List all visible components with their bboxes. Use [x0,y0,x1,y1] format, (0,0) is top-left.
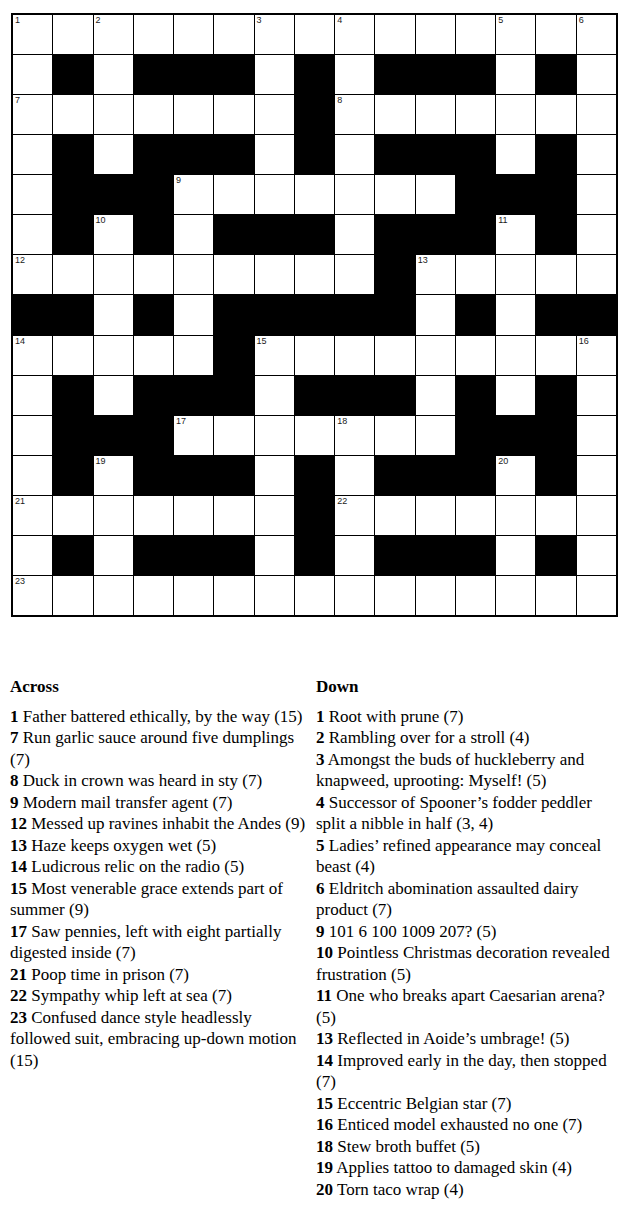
cell-r13c12[interactable] [456,496,495,535]
cell-r11c8[interactable] [295,416,334,455]
cell-r7c6[interactable] [214,255,253,294]
clue-text: 101 6 100 1009 207? (5) [325,922,497,941]
clue-across-12[interactable]: 12 Messed up ravines inhabit the Andes (… [10,813,310,835]
cell-r5c15[interactable] [577,175,616,214]
clue-across-17[interactable]: 17 Saw pennies, left with eight partiall… [10,921,310,964]
cell-r11c10[interactable] [375,416,414,455]
cell-r7c13[interactable] [496,255,535,294]
cell-r13c3[interactable] [94,496,133,535]
cell-r1c5[interactable] [174,15,213,54]
black-cell-r7c10 [375,255,414,294]
cell-r3c2[interactable] [53,95,92,134]
clue-down-18[interactable]: 18 Stew broth buffet (5) [316,1136,616,1158]
black-cell-r12c2 [53,456,92,495]
cell-r11c11[interactable] [416,416,455,455]
cell-r13c5[interactable] [174,496,213,535]
cell-r6c5[interactable] [174,215,213,254]
black-cell-r8c9 [335,295,374,334]
cell-r8c13[interactable] [496,295,535,334]
cell-r15c13[interactable] [496,576,535,615]
clue-number: 1 [10,707,19,726]
cell-number-11: 11 [498,216,507,225]
cell-r5c5[interactable]: 9 [174,175,213,214]
black-cell-r11c12 [456,416,495,455]
cell-r15c10[interactable] [375,576,414,615]
black-cell-r9c6 [214,336,253,375]
cell-r10c1[interactable] [13,376,52,415]
black-cell-r5c12 [456,175,495,214]
black-cell-r4c10 [375,135,414,174]
black-cell-r14c4 [134,536,173,575]
clue-down-1[interactable]: 1 Root with prune (7) [316,706,616,728]
black-cell-r2c8 [295,55,334,94]
cell-r1c2[interactable] [53,15,92,54]
clue-text: Ludicrous relic on the radio (5) [27,857,244,876]
cell-r10c7[interactable] [255,376,294,415]
clue-text: Duck in crown was heard in sty (7) [19,771,263,790]
cell-r10c3[interactable] [94,376,133,415]
clue-text: Messed up ravines inhabit the Andes (9) [27,814,305,833]
cell-r1c9[interactable]: 4 [335,15,374,54]
crossword-page: 1234567891011121314151617181920212223 Ac… [0,0,632,1206]
black-cell-r5c13 [496,175,535,214]
black-cell-r8c7 [255,295,294,334]
black-cell-r14c12 [456,536,495,575]
clue-across-23[interactable]: 23 Confused dance style headlessly follo… [10,1007,310,1072]
clue-number: 15 [316,1094,333,1113]
clue-number: 13 [10,836,27,855]
cell-r1c13[interactable]: 5 [496,15,535,54]
clue-across-7[interactable]: 7 Run garlic sauce around five dumplings… [10,727,310,770]
black-cell-r6c7 [255,215,294,254]
cell-r7c12[interactable] [456,255,495,294]
clue-number: 16 [316,1115,333,1134]
black-cell-r11c3 [94,416,133,455]
cell-r6c3[interactable]: 10 [94,215,133,254]
clue-down-11[interactable]: 11 One who breaks apart Caesarian arena?… [316,985,616,1028]
cell-r3c1[interactable]: 7 [13,95,52,134]
clue-across-14[interactable]: 14 Ludicrous relic on the radio (5) [10,856,310,878]
clue-text: Haze keeps oxygen wet (5) [27,836,216,855]
clue-text: Torn taco wrap (4) [333,1180,464,1199]
cell-r9c8[interactable] [295,336,334,375]
cell-number-7: 7 [15,96,20,105]
cell-r13c14[interactable] [536,496,575,535]
clue-across-13[interactable]: 13 Haze keeps oxygen wet (5) [10,835,310,857]
cell-r15c8[interactable] [295,576,334,615]
cell-r4c7[interactable] [255,135,294,174]
clue-text: Most venerable grace extends part of sum… [10,879,283,920]
clue-down-15[interactable]: 15 Eccentric Belgian star (7) [316,1093,616,1115]
cell-r10c15[interactable] [577,376,616,415]
black-cell-r6c10 [375,215,414,254]
cell-r9c2[interactable] [53,336,92,375]
cell-r15c15[interactable] [577,576,616,615]
clue-number: 21 [10,965,27,984]
cell-r5c1[interactable] [13,175,52,214]
cell-r13c9[interactable]: 22 [335,496,374,535]
clue-down-20[interactable]: 20 Torn taco wrap (4) [316,1179,616,1201]
cell-r15c12[interactable] [456,576,495,615]
cell-number-22: 22 [337,497,347,506]
cell-r11c6[interactable] [214,416,253,455]
cell-r12c15[interactable] [577,456,616,495]
cell-number-4: 4 [337,16,342,25]
cell-r2c3[interactable] [94,55,133,94]
cell-r1c1[interactable]: 1 [13,15,52,54]
cell-r7c7[interactable] [255,255,294,294]
cell-r9c12[interactable] [456,336,495,375]
clue-text: Root with prune (7) [325,707,464,726]
black-cell-r2c5 [174,55,213,94]
cell-r5c10[interactable] [375,175,414,214]
cell-number-9: 9 [176,176,181,185]
clue-text: Confused dance style headlessly followed… [10,1008,297,1070]
clue-number: 11 [316,986,332,1005]
cell-r9c11[interactable] [416,336,455,375]
black-cell-r10c10 [375,376,414,415]
black-cell-r14c10 [375,536,414,575]
cell-r3c4[interactable] [134,95,173,134]
cell-r7c4[interactable] [134,255,173,294]
clue-down-14[interactable]: 14 Improved early in the day, then stopp… [316,1050,616,1093]
cell-r13c7[interactable] [255,496,294,535]
down-clue-list: 1 Root with prune (7)2 Rambling over for… [316,706,616,1201]
cell-number-10: 10 [96,216,106,225]
black-cell-r8c8 [295,295,334,334]
clue-number: 18 [316,1137,333,1156]
cell-r7c5[interactable] [174,255,213,294]
cell-r11c9[interactable]: 18 [335,416,374,455]
clue-down-9[interactable]: 9 101 6 100 1009 207? (5) [316,921,616,943]
cell-r3c9[interactable]: 8 [335,95,374,134]
clue-down-16[interactable]: 16 Enticed model exhausted no one (7) [316,1114,616,1136]
clue-down-13[interactable]: 13 Reflected in Aoide’s umbrage! (5) [316,1028,616,1050]
cell-r5c11[interactable] [416,175,455,214]
cell-r1c7[interactable]: 3 [255,15,294,54]
clue-text: Amongst the buds of huckleberry and knap… [316,750,584,791]
cell-r8c11[interactable] [416,295,455,334]
cell-r11c1[interactable] [13,416,52,455]
clue-down-3[interactable]: 3 Amongst the buds of huckleberry and kn… [316,749,616,792]
cell-number-6: 6 [579,16,584,25]
black-cell-r10c9 [335,376,374,415]
cell-r1c12[interactable] [456,15,495,54]
cell-r1c8[interactable] [295,15,334,54]
cell-r15c7[interactable] [255,576,294,615]
cell-r1c15[interactable]: 6 [577,15,616,54]
cell-r12c9[interactable] [335,456,374,495]
cell-r11c15[interactable] [577,416,616,455]
cell-r1c4[interactable] [134,15,173,54]
cell-r8c3[interactable] [94,295,133,334]
cell-r13c10[interactable] [375,496,414,535]
cell-r1c3[interactable]: 2 [94,15,133,54]
black-cell-r11c4 [134,416,173,455]
cell-r10c11[interactable] [416,376,455,415]
cell-r2c13[interactable] [496,55,535,94]
clue-number: 15 [10,879,27,898]
cell-r4c1[interactable] [13,135,52,174]
cell-r3c11[interactable] [416,95,455,134]
cell-r12c3[interactable]: 19 [94,456,133,495]
cell-r15c2[interactable] [53,576,92,615]
clue-number: 13 [316,1029,333,1048]
cell-r7c8[interactable] [295,255,334,294]
black-cell-r8c6 [214,295,253,334]
clue-across-9[interactable]: 9 Modern mail transfer agent (7) [10,792,310,814]
clue-across-1[interactable]: 1 Father battered ethically, by the way … [10,706,310,728]
cell-r15c5[interactable] [174,576,213,615]
clue-down-10[interactable]: 10 Pointless Christmas decoration reveal… [316,942,616,985]
black-cell-r6c8 [295,215,334,254]
black-cell-r8c15 [577,295,616,334]
cell-r7c11[interactable]: 13 [416,255,455,294]
black-cell-r10c14 [536,376,575,415]
cell-r15c11[interactable] [416,576,455,615]
black-cell-r12c11 [416,456,455,495]
black-cell-r12c5 [174,456,213,495]
cell-number-19: 19 [96,457,106,466]
cell-number-13: 13 [418,256,428,265]
clue-number: 7 [10,728,19,747]
clue-number: 9 [316,922,325,941]
cell-r13c13[interactable] [496,496,535,535]
black-cell-r11c14 [536,416,575,455]
black-cell-r4c14 [536,135,575,174]
black-cell-r2c2 [53,55,92,94]
clue-number: 14 [10,857,27,876]
cell-r3c10[interactable] [375,95,414,134]
cell-number-23: 23 [15,577,25,586]
clue-text: Improved early in the day, then stopped … [316,1051,607,1092]
crossword-grid[interactable]: 1234567891011121314151617181920212223 [11,13,618,617]
cell-r8c5[interactable] [174,295,213,334]
cell-r3c15[interactable] [577,95,616,134]
black-cell-r4c6 [214,135,253,174]
cell-number-5: 5 [498,16,503,25]
cell-r4c13[interactable] [496,135,535,174]
black-cell-r2c6 [214,55,253,94]
clue-number: 6 [316,879,325,898]
clue-text: Successor of Spooner’s fodder peddler sp… [316,793,592,834]
cell-r14c7[interactable] [255,536,294,575]
clue-down-5[interactable]: 5 Ladies’ refined appearance may conceal… [316,835,616,878]
cell-r9c13[interactable] [496,336,535,375]
cell-r3c6[interactable] [214,95,253,134]
cell-r9c9[interactable] [335,336,374,375]
cell-r2c15[interactable] [577,55,616,94]
black-cell-r3c8 [295,95,334,134]
cell-r15c14[interactable] [536,576,575,615]
across-clues-column: Across 1 Father battered ethically, by t… [10,676,310,1071]
clue-number: 17 [10,922,27,941]
black-cell-r4c12 [456,135,495,174]
black-cell-r4c4 [134,135,173,174]
black-cell-r12c8 [295,456,334,495]
black-cell-r5c4 [134,175,173,214]
black-cell-r5c2 [53,175,92,214]
black-cell-r14c11 [416,536,455,575]
cell-r4c9[interactable] [335,135,374,174]
cell-r5c7[interactable] [255,175,294,214]
cell-r11c7[interactable] [255,416,294,455]
cell-r4c3[interactable] [94,135,133,174]
cell-r12c7[interactable] [255,456,294,495]
clue-number: 14 [316,1051,333,1070]
cell-r13c11[interactable] [416,496,455,535]
cell-r6c13[interactable]: 11 [496,215,535,254]
cell-r13c4[interactable] [134,496,173,535]
clue-text: Pointless Christmas decoration revealed … [316,943,610,984]
black-cell-r10c4 [134,376,173,415]
cell-r4c15[interactable] [577,135,616,174]
clue-across-21[interactable]: 21 Poop time in prison (7) [10,964,310,986]
cell-number-12: 12 [15,256,25,265]
clue-down-2[interactable]: 2 Rambling over for a stroll (4) [316,727,616,749]
black-cell-r14c6 [214,536,253,575]
black-cell-r12c14 [536,456,575,495]
black-cell-r12c10 [375,456,414,495]
cell-r14c1[interactable] [13,536,52,575]
cell-number-14: 14 [15,337,25,346]
cell-r3c7[interactable] [255,95,294,134]
clue-down-19[interactable]: 19 Applies tattoo to damaged skin (4) [316,1157,616,1179]
clue-down-4[interactable]: 4 Successor of Spooner’s fodder peddler … [316,792,616,835]
cell-r12c1[interactable] [13,456,52,495]
cell-r6c9[interactable] [335,215,374,254]
clue-text: Stew broth buffet (5) [333,1137,480,1156]
cell-r15c3[interactable] [94,576,133,615]
cell-r6c1[interactable] [13,215,52,254]
cell-number-20: 20 [498,457,508,466]
clue-number: 23 [10,1008,27,1027]
cell-r2c1[interactable] [13,55,52,94]
clue-number: 20 [316,1180,333,1199]
cell-r12c13[interactable]: 20 [496,456,535,495]
cell-r5c8[interactable] [295,175,334,214]
cell-r13c15[interactable] [577,496,616,535]
cell-r13c1[interactable]: 21 [13,496,52,535]
cell-r9c14[interactable] [536,336,575,375]
cell-r9c4[interactable] [134,336,173,375]
cell-r9c1[interactable]: 14 [13,336,52,375]
cell-r1c14[interactable] [536,15,575,54]
cell-r1c6[interactable] [214,15,253,54]
cell-r15c6[interactable] [214,576,253,615]
cell-r3c3[interactable] [94,95,133,134]
clue-number: 12 [10,814,27,833]
cell-number-16: 16 [579,337,589,346]
black-cell-r5c3 [94,175,133,214]
cell-r11c5[interactable]: 17 [174,416,213,455]
cell-r7c1[interactable]: 12 [13,255,52,294]
cell-number-15: 15 [257,337,267,346]
black-cell-r13c8 [295,496,334,535]
black-cell-r4c5 [174,135,213,174]
cell-r2c7[interactable] [255,55,294,94]
black-cell-r2c14 [536,55,575,94]
cell-r9c3[interactable] [94,336,133,375]
clue-text: Eccentric Belgian star (7) [333,1094,511,1113]
clue-across-22[interactable]: 22 Sympathy whip left at sea (7) [10,985,310,1007]
clue-text: Enticed model exhausted no one (7) [333,1115,582,1134]
black-cell-r4c2 [53,135,92,174]
cell-r1c11[interactable] [416,15,455,54]
cell-r3c14[interactable] [536,95,575,134]
cell-r13c2[interactable] [53,496,92,535]
black-cell-r14c5 [174,536,213,575]
cell-r10c13[interactable] [496,376,535,415]
clue-number: 5 [316,836,325,855]
across-heading: Across [10,676,310,698]
black-cell-r8c12 [456,295,495,334]
cell-r9c10[interactable] [375,336,414,375]
clue-down-6[interactable]: 6 Eldritch abomination assaulted dairy p… [316,878,616,921]
clue-text: Rambling over for a stroll (4) [325,728,530,747]
clue-text: Saw pennies, left with eight partially d… [10,922,281,963]
cell-r5c9[interactable] [335,175,374,214]
black-cell-r12c4 [134,456,173,495]
clue-number: 4 [316,793,325,812]
cell-r14c3[interactable] [94,536,133,575]
black-cell-r8c10 [375,295,414,334]
cell-r13c6[interactable] [214,496,253,535]
cell-r7c15[interactable] [577,255,616,294]
cell-r15c1[interactable]: 23 [13,576,52,615]
clue-text: Father battered ethically, by the way (1… [19,707,303,726]
cell-r14c15[interactable] [577,536,616,575]
cell-r14c9[interactable] [335,536,374,575]
cell-r9c15[interactable]: 16 [577,336,616,375]
cell-number-17: 17 [176,417,186,426]
down-clues-column: Down 1 Root with prune (7)2 Rambling ove… [316,676,616,1200]
cell-r3c13[interactable] [496,95,535,134]
black-cell-r2c4 [134,55,173,94]
cell-r9c7[interactable]: 15 [255,336,294,375]
cell-r7c9[interactable] [335,255,374,294]
black-cell-r10c5 [174,376,213,415]
cell-r15c9[interactable] [335,576,374,615]
black-cell-r11c2 [53,416,92,455]
cell-number-2: 2 [96,16,101,25]
cell-r5c6[interactable] [214,175,253,214]
black-cell-r14c2 [53,536,92,575]
clue-number: 8 [10,771,19,790]
cell-r3c5[interactable] [174,95,213,134]
black-cell-r6c2 [53,215,92,254]
cell-r15c4[interactable] [134,576,173,615]
cell-r14c13[interactable] [496,536,535,575]
black-cell-r4c8 [295,135,334,174]
cell-r9c5[interactable] [174,336,213,375]
clue-across-8[interactable]: 8 Duck in crown was heard in sty (7) [10,770,310,792]
cell-r2c9[interactable] [335,55,374,94]
cell-r6c15[interactable] [577,215,616,254]
cell-r3c12[interactable] [456,95,495,134]
cell-r7c2[interactable] [53,255,92,294]
clue-text: Reflected in Aoide’s umbrage! (5) [333,1029,570,1048]
cell-r1c10[interactable] [375,15,414,54]
cell-r7c14[interactable] [536,255,575,294]
clue-text: Poop time in prison (7) [27,965,189,984]
cell-r7c3[interactable] [94,255,133,294]
clue-number: 9 [10,793,19,812]
black-cell-r6c14 [536,215,575,254]
black-cell-r14c8 [295,536,334,575]
clue-across-15[interactable]: 15 Most venerable grace extends part of … [10,878,310,921]
clue-number: 1 [316,707,325,726]
